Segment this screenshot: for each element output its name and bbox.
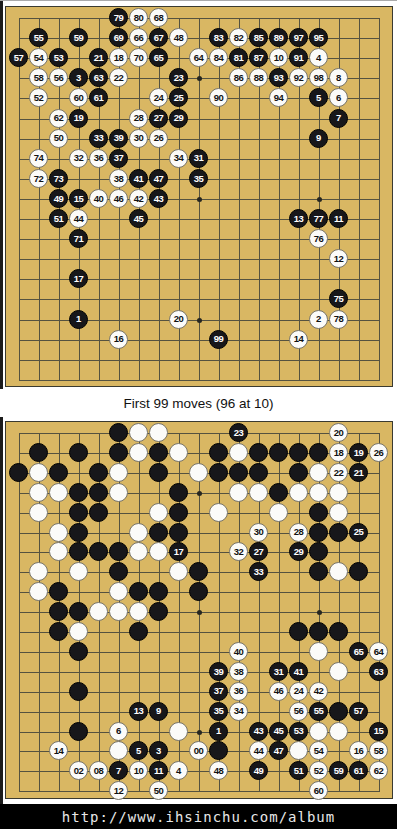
black-stone-move-93: 93 bbox=[269, 68, 288, 87]
black-stone-move-55: 55 bbox=[29, 28, 48, 47]
black-stone-move-77: 77 bbox=[309, 209, 328, 228]
black-stone-move-37: 37 bbox=[109, 149, 128, 168]
black-stone bbox=[69, 443, 88, 462]
black-stone bbox=[309, 523, 328, 542]
white-stone-move-36: 36 bbox=[229, 682, 248, 701]
black-stone-move-43: 43 bbox=[149, 189, 168, 208]
black-stone-move-73: 73 bbox=[49, 169, 68, 188]
black-stone bbox=[69, 722, 88, 741]
white-stone-move-22: 22 bbox=[329, 463, 348, 482]
black-stone bbox=[309, 443, 328, 462]
white-stone bbox=[229, 443, 248, 462]
black-stone bbox=[69, 483, 88, 502]
white-stone bbox=[329, 662, 348, 681]
black-stone-move-81: 81 bbox=[229, 48, 248, 67]
white-stone bbox=[129, 602, 148, 621]
white-stone-move-38: 38 bbox=[109, 169, 128, 188]
black-stone-move-49: 49 bbox=[49, 189, 68, 208]
white-stone-move-54: 54 bbox=[29, 48, 48, 67]
black-stone-move-11: 11 bbox=[329, 209, 348, 228]
white-stone bbox=[49, 483, 68, 502]
white-stone bbox=[29, 562, 48, 581]
black-stone-move-35: 35 bbox=[189, 169, 208, 188]
black-stone-move-29: 29 bbox=[169, 109, 188, 128]
white-stone bbox=[329, 562, 348, 581]
white-stone-move-34: 34 bbox=[229, 702, 248, 721]
black-stone-move-23: 23 bbox=[169, 68, 188, 87]
black-stone-move-37: 37 bbox=[209, 682, 228, 701]
black-stone-move-7: 7 bbox=[329, 109, 348, 128]
white-stone-move-44: 44 bbox=[249, 741, 268, 760]
black-stone-move-61: 61 bbox=[89, 88, 108, 107]
black-stone-move-33: 33 bbox=[89, 129, 108, 148]
black-stone-move-31: 31 bbox=[269, 662, 288, 681]
black-stone-move-49: 49 bbox=[249, 761, 268, 780]
black-stone-move-3: 3 bbox=[149, 741, 168, 760]
white-stone bbox=[69, 622, 88, 641]
black-stone bbox=[289, 443, 308, 462]
grid-line-h bbox=[19, 259, 380, 260]
black-stone-move-25: 25 bbox=[169, 88, 188, 107]
white-stone bbox=[149, 423, 168, 442]
white-stone bbox=[69, 562, 88, 581]
black-stone-move-43: 43 bbox=[249, 722, 268, 741]
white-stone-move-00: 00 bbox=[189, 741, 208, 760]
white-stone-move-64: 64 bbox=[369, 642, 388, 661]
white-stone bbox=[329, 483, 348, 502]
white-stone-move-46: 46 bbox=[269, 682, 288, 701]
white-stone-move-56: 56 bbox=[49, 68, 68, 87]
black-stone bbox=[89, 503, 108, 522]
black-stone-move-75: 75 bbox=[329, 289, 348, 308]
black-stone bbox=[309, 542, 328, 561]
black-stone bbox=[149, 582, 168, 601]
white-stone bbox=[29, 503, 48, 522]
black-stone bbox=[169, 503, 188, 522]
white-stone-move-62: 62 bbox=[49, 109, 68, 128]
hoshi-point bbox=[317, 197, 322, 202]
black-stone bbox=[149, 463, 168, 482]
black-stone-move-85: 85 bbox=[249, 28, 268, 47]
black-stone bbox=[69, 682, 88, 701]
white-stone-move-60: 60 bbox=[69, 88, 88, 107]
white-stone-move-48: 48 bbox=[169, 28, 188, 47]
black-stone-move-17: 17 bbox=[169, 542, 188, 561]
white-stone bbox=[29, 582, 48, 601]
black-stone-move-1: 1 bbox=[209, 722, 228, 741]
black-stone-move-53: 53 bbox=[49, 48, 68, 67]
white-stone-move-84: 84 bbox=[209, 48, 228, 67]
white-stone-move-78: 78 bbox=[329, 310, 348, 329]
black-stone bbox=[249, 443, 268, 462]
grid-line-h bbox=[19, 360, 380, 361]
black-stone bbox=[69, 542, 88, 561]
white-stone bbox=[149, 503, 168, 522]
white-stone-move-52: 52 bbox=[29, 88, 48, 107]
black-stone-move-39: 39 bbox=[109, 129, 128, 148]
white-stone-move-52: 52 bbox=[309, 761, 328, 780]
black-stone-move-61: 61 bbox=[349, 761, 368, 780]
white-stone-move-26: 26 bbox=[149, 129, 168, 148]
black-stone-move-13: 13 bbox=[289, 209, 308, 228]
black-stone-move-13: 13 bbox=[129, 702, 148, 721]
black-stone-move-79: 79 bbox=[109, 8, 128, 27]
white-stone-move-12: 12 bbox=[329, 249, 348, 268]
white-stone bbox=[29, 463, 48, 482]
white-stone-move-66: 66 bbox=[129, 28, 148, 47]
white-stone-move-28: 28 bbox=[129, 109, 148, 128]
hoshi-point bbox=[197, 730, 202, 735]
black-stone-move-65: 65 bbox=[349, 642, 368, 661]
white-stone-move-6: 6 bbox=[329, 88, 348, 107]
white-stone-move-4: 4 bbox=[309, 48, 328, 67]
black-stone-move-15: 15 bbox=[69, 189, 88, 208]
black-stone-move-33: 33 bbox=[249, 562, 268, 581]
white-stone bbox=[169, 443, 188, 462]
url-text: http://www.ihsinchu.com/album bbox=[62, 809, 335, 825]
white-stone-move-94: 94 bbox=[269, 88, 288, 107]
white-stone-move-46: 46 bbox=[109, 189, 128, 208]
black-stone-move-47: 47 bbox=[149, 169, 168, 188]
black-stone bbox=[169, 523, 188, 542]
black-stone bbox=[89, 463, 108, 482]
grid-line-v bbox=[359, 18, 360, 380]
black-stone-move-83: 83 bbox=[209, 28, 228, 47]
white-stone-move-16: 16 bbox=[109, 330, 128, 349]
white-stone bbox=[149, 542, 168, 561]
black-stone-move-91: 91 bbox=[289, 48, 308, 67]
black-stone bbox=[49, 463, 68, 482]
white-stone bbox=[169, 722, 188, 741]
white-stone bbox=[229, 483, 248, 502]
white-stone-move-70: 70 bbox=[129, 48, 148, 67]
white-stone-move-28: 28 bbox=[289, 523, 308, 542]
black-stone bbox=[109, 542, 128, 561]
white-stone bbox=[109, 582, 128, 601]
black-stone-move-99: 99 bbox=[209, 330, 228, 349]
white-stone-move-32: 32 bbox=[69, 149, 88, 168]
white-stone bbox=[329, 722, 348, 741]
black-stone bbox=[149, 443, 168, 462]
white-stone-move-40: 40 bbox=[229, 642, 248, 661]
black-stone bbox=[69, 642, 88, 661]
black-stone-move-55: 55 bbox=[309, 702, 328, 721]
url-bar[interactable]: http://www.ihsinchu.com/album bbox=[0, 804, 397, 829]
white-stone-move-62: 62 bbox=[369, 761, 388, 780]
black-stone-move-45: 45 bbox=[129, 209, 148, 228]
white-stone-move-72: 72 bbox=[29, 169, 48, 188]
black-stone bbox=[209, 463, 228, 482]
black-stone-move-9: 9 bbox=[149, 702, 168, 721]
hoshi-point bbox=[197, 197, 202, 202]
white-stone-move-2: 2 bbox=[309, 310, 328, 329]
black-stone-move-89: 89 bbox=[269, 28, 288, 47]
white-stone-move-02: 02 bbox=[69, 761, 88, 780]
black-stone-move-59: 59 bbox=[329, 761, 348, 780]
black-stone-move-21: 21 bbox=[89, 48, 108, 67]
white-stone-move-8: 8 bbox=[329, 68, 348, 87]
white-stone-move-88: 88 bbox=[249, 68, 268, 87]
white-stone-move-14: 14 bbox=[49, 741, 68, 760]
black-stone-move-71: 71 bbox=[69, 229, 88, 248]
white-stone-move-92: 92 bbox=[289, 68, 308, 87]
white-stone-move-50: 50 bbox=[149, 781, 168, 800]
black-stone-move-39: 39 bbox=[209, 662, 228, 681]
grid-line-v bbox=[379, 18, 380, 380]
white-stone-move-40: 40 bbox=[89, 189, 108, 208]
black-stone-move-25: 25 bbox=[349, 523, 368, 542]
hoshi-point bbox=[197, 491, 202, 496]
white-stone-move-56: 56 bbox=[289, 702, 308, 721]
white-stone bbox=[269, 503, 288, 522]
white-stone-move-14: 14 bbox=[289, 330, 308, 349]
black-stone bbox=[309, 622, 328, 641]
white-stone-move-60: 60 bbox=[309, 781, 328, 800]
black-stone-move-65: 65 bbox=[149, 48, 168, 67]
white-stone-move-08: 08 bbox=[89, 761, 108, 780]
black-stone-move-9: 9 bbox=[309, 129, 328, 148]
white-stone bbox=[109, 602, 128, 621]
white-stone-move-86: 86 bbox=[229, 68, 248, 87]
white-stone bbox=[129, 443, 148, 462]
black-stone bbox=[209, 741, 228, 760]
black-stone-move-45: 45 bbox=[269, 722, 288, 741]
black-stone bbox=[29, 443, 48, 462]
black-stone-move-23: 23 bbox=[229, 423, 248, 442]
black-stone bbox=[69, 523, 88, 542]
black-stone-move-67: 67 bbox=[149, 28, 168, 47]
go-board-moves-100-165: 2320181926222130282517322729334065643938… bbox=[5, 421, 393, 799]
white-stone-move-20: 20 bbox=[169, 310, 188, 329]
hoshi-point bbox=[197, 76, 202, 81]
white-stone-move-30: 30 bbox=[249, 523, 268, 542]
white-stone bbox=[249, 483, 268, 502]
grid-line-h bbox=[19, 380, 380, 381]
black-stone bbox=[329, 523, 348, 542]
black-stone-move-17: 17 bbox=[69, 269, 88, 288]
black-stone bbox=[349, 562, 368, 581]
white-stone-move-34: 34 bbox=[169, 149, 188, 168]
white-stone-move-18: 18 bbox=[109, 48, 128, 67]
black-stone-move-53: 53 bbox=[289, 722, 308, 741]
white-stone-move-42: 42 bbox=[309, 682, 328, 701]
white-stone-move-18: 18 bbox=[329, 443, 348, 462]
white-stone bbox=[49, 523, 68, 542]
black-stone-move-63: 63 bbox=[369, 662, 388, 681]
black-stone bbox=[209, 443, 228, 462]
white-stone bbox=[109, 463, 128, 482]
black-stone-move-5: 5 bbox=[129, 741, 148, 760]
black-stone-move-59: 59 bbox=[69, 28, 88, 47]
white-stone bbox=[289, 741, 308, 760]
white-stone-move-26: 26 bbox=[369, 443, 388, 462]
white-stone-move-64: 64 bbox=[189, 48, 208, 67]
white-stone bbox=[109, 483, 128, 502]
black-stone-move-15: 15 bbox=[369, 722, 388, 741]
white-stone bbox=[289, 483, 308, 502]
white-stone-move-76: 76 bbox=[309, 229, 328, 248]
white-stone bbox=[309, 483, 328, 502]
black-stone bbox=[329, 622, 348, 641]
black-stone-move-41: 41 bbox=[129, 169, 148, 188]
black-stone bbox=[289, 463, 308, 482]
white-stone-move-58: 58 bbox=[29, 68, 48, 87]
black-stone-move-27: 27 bbox=[149, 109, 168, 128]
black-stone bbox=[309, 503, 328, 522]
black-stone-move-35: 35 bbox=[209, 702, 228, 721]
white-stone-move-80: 80 bbox=[129, 8, 148, 27]
black-stone-move-97: 97 bbox=[289, 28, 308, 47]
white-stone-move-12: 12 bbox=[109, 781, 128, 800]
hoshi-point bbox=[197, 610, 202, 615]
black-stone-move-11: 11 bbox=[149, 761, 168, 780]
black-stone bbox=[49, 602, 68, 621]
black-stone bbox=[109, 562, 128, 581]
white-stone-move-20: 20 bbox=[329, 423, 348, 442]
grid-line-h bbox=[19, 340, 380, 341]
black-stone bbox=[309, 562, 328, 581]
black-stone bbox=[129, 622, 148, 641]
white-stone-move-6: 6 bbox=[109, 722, 128, 741]
black-stone bbox=[89, 542, 108, 561]
hoshi-point bbox=[317, 610, 322, 615]
white-stone-move-36: 36 bbox=[89, 149, 108, 168]
white-stone bbox=[89, 602, 108, 621]
black-stone-move-29: 29 bbox=[289, 542, 308, 561]
white-stone bbox=[129, 542, 148, 561]
white-stone bbox=[329, 503, 348, 522]
black-stone bbox=[69, 503, 88, 522]
white-stone-move-24: 24 bbox=[289, 682, 308, 701]
white-stone-move-50: 50 bbox=[49, 129, 68, 148]
black-stone-move-41: 41 bbox=[289, 662, 308, 681]
grid-line-h bbox=[19, 299, 380, 300]
white-stone-move-38: 38 bbox=[229, 662, 248, 681]
black-stone bbox=[329, 702, 348, 721]
black-stone bbox=[9, 463, 28, 482]
black-stone-move-57: 57 bbox=[9, 48, 28, 67]
white-stone-move-48: 48 bbox=[209, 761, 228, 780]
white-stone-move-10: 10 bbox=[129, 761, 148, 780]
white-stone-move-58: 58 bbox=[369, 741, 388, 760]
white-stone-move-42: 42 bbox=[129, 189, 148, 208]
white-stone bbox=[169, 562, 188, 581]
white-stone bbox=[309, 642, 328, 661]
black-stone bbox=[249, 463, 268, 482]
black-stone bbox=[49, 582, 68, 601]
black-stone bbox=[109, 423, 128, 442]
black-stone-move-7: 7 bbox=[109, 761, 128, 780]
white-stone bbox=[309, 722, 328, 741]
black-stone-move-31: 31 bbox=[189, 149, 208, 168]
black-stone-move-3: 3 bbox=[69, 68, 88, 87]
grid-line-h bbox=[19, 672, 380, 673]
black-stone bbox=[169, 483, 188, 502]
black-stone bbox=[289, 622, 308, 641]
white-stone-move-32: 32 bbox=[229, 542, 248, 561]
black-stone bbox=[49, 622, 68, 641]
white-stone bbox=[209, 503, 228, 522]
white-stone bbox=[109, 741, 128, 760]
black-stone-move-5: 5 bbox=[309, 88, 328, 107]
black-stone bbox=[129, 582, 148, 601]
grid-line-v bbox=[219, 18, 220, 380]
white-stone-move-44: 44 bbox=[69, 209, 88, 228]
black-stone-move-21: 21 bbox=[349, 463, 368, 482]
grid-line-v bbox=[359, 433, 360, 791]
white-stone-move-68: 68 bbox=[149, 8, 168, 27]
black-stone-move-47: 47 bbox=[269, 741, 288, 760]
black-stone-move-27: 27 bbox=[249, 542, 268, 561]
white-stone-move-4: 4 bbox=[169, 761, 188, 780]
black-stone bbox=[229, 463, 248, 482]
black-stone bbox=[269, 483, 288, 502]
white-stone-move-54: 54 bbox=[309, 741, 328, 760]
black-stone bbox=[149, 523, 168, 542]
black-stone bbox=[269, 443, 288, 462]
black-stone-move-87: 87 bbox=[249, 48, 268, 67]
white-stone-move-22: 22 bbox=[109, 68, 128, 87]
black-stone-move-63: 63 bbox=[89, 68, 108, 87]
black-stone-move-19: 19 bbox=[349, 443, 368, 462]
black-stone-move-51: 51 bbox=[49, 209, 68, 228]
white-stone bbox=[29, 483, 48, 502]
white-stone-move-16: 16 bbox=[349, 741, 368, 760]
go-board-first-99-moves: 7980685559696667488382858997955754532118… bbox=[5, 6, 393, 387]
white-stone-move-74: 74 bbox=[29, 149, 48, 168]
diagram-caption: First 99 moves (96 at 10) bbox=[0, 389, 397, 417]
white-stone bbox=[309, 463, 328, 482]
white-stone-move-10: 10 bbox=[269, 48, 288, 67]
black-stone bbox=[109, 443, 128, 462]
white-stone-move-82: 82 bbox=[229, 28, 248, 47]
hoshi-point bbox=[197, 318, 202, 323]
black-stone-move-57: 57 bbox=[349, 702, 368, 721]
white-stone-move-24: 24 bbox=[149, 88, 168, 107]
white-stone-move-90: 90 bbox=[209, 88, 228, 107]
black-stone-move-51: 51 bbox=[289, 761, 308, 780]
black-stone bbox=[89, 483, 108, 502]
white-stone bbox=[189, 463, 208, 482]
black-stone-move-1: 1 bbox=[69, 310, 88, 329]
black-stone bbox=[69, 602, 88, 621]
black-stone-move-95: 95 bbox=[309, 28, 328, 47]
black-stone bbox=[189, 562, 208, 581]
black-stone-move-69: 69 bbox=[109, 28, 128, 47]
white-stone bbox=[129, 423, 148, 442]
white-stone-move-98: 98 bbox=[309, 68, 328, 87]
black-stone-move-19: 19 bbox=[69, 109, 88, 128]
black-stone bbox=[149, 602, 168, 621]
white-stone bbox=[49, 542, 68, 561]
white-stone-move-30: 30 bbox=[129, 129, 148, 148]
white-stone bbox=[129, 523, 148, 542]
black-stone bbox=[189, 582, 208, 601]
